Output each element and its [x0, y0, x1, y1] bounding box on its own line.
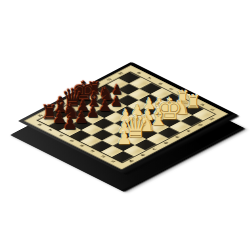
pieces-layer: ♜♝♛♚♜♟♞♟♝♞♟♟♟♟♟♟♟♟♟♟♟♟♝♟♜♟♛♞♝♚♞♜	[0, 0, 250, 250]
light-pawn: ♟	[162, 97, 179, 111]
dark-bishop: ♝	[48, 95, 73, 116]
dark-knight: ♞	[59, 101, 83, 121]
light-pawn: ♟	[128, 103, 146, 118]
dark-pawn: ♟	[60, 115, 80, 132]
light-knight: ♞	[133, 113, 159, 135]
light-bishop: ♝	[144, 106, 172, 129]
dark-pawn: ♟	[72, 110, 91, 126]
dark-king: ♚	[68, 78, 99, 104]
dark-knight: ♞	[95, 85, 117, 103]
light-queen: ♛	[118, 113, 153, 142]
light-pawn: ♟	[116, 108, 135, 124]
product-photo-stage: AA11BB22CC33DD44EE55FF66GG77HH88 ♜♝♛♚♜♟♞…	[0, 0, 250, 250]
dark-bishop: ♝	[82, 89, 106, 109]
light-pawn: ♟	[140, 97, 158, 112]
dark-rook: ♜	[85, 81, 104, 97]
dark-pawn: ♟	[109, 83, 125, 96]
light-pawn: ♟	[114, 119, 134, 136]
light-knight: ♞	[169, 97, 193, 117]
light-pawn: ♟	[113, 129, 135, 147]
dark-pawn: ♟	[84, 105, 102, 120]
light-pawn: ♟	[126, 113, 145, 129]
dark-pawn: ♟	[74, 99, 92, 114]
dark-pawn: ♟	[96, 99, 114, 114]
dark-queen: ♛	[58, 86, 87, 110]
dark-rook: ♜	[38, 103, 61, 122]
dark-pawn: ♟	[50, 110, 69, 126]
dark-pawn: ♟	[108, 94, 125, 108]
light-king: ♚	[152, 95, 187, 124]
light-rook: ♜	[182, 93, 204, 111]
light-rook: ♜	[172, 89, 192, 106]
light-bishop: ♝	[146, 96, 172, 118]
light-pawn: ♟	[138, 107, 157, 123]
